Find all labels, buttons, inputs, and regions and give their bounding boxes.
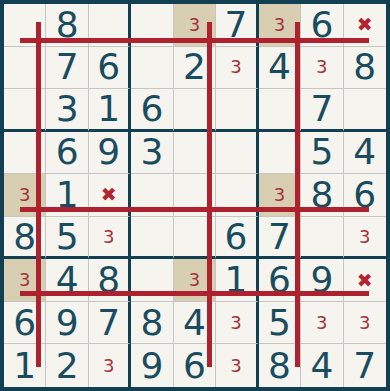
- placed-digit: 6: [13, 305, 36, 341]
- candidate-digit: 3: [274, 16, 285, 34]
- cell-r1c8[interactable]: 6: [301, 4, 343, 47]
- cell-r9c8[interactable]: 4: [301, 344, 343, 387]
- placed-digit: 8: [268, 348, 291, 384]
- cell-r2c9[interactable]: 8: [344, 47, 386, 90]
- candidate-digit: 3: [316, 314, 327, 332]
- cell-r6c5[interactable]: [174, 217, 216, 260]
- placed-digit: 2: [56, 348, 79, 384]
- sudoku-board: 83736✖762343831676935431✖386853673348316…: [0, 0, 390, 391]
- cell-r8c9[interactable]: 3: [344, 302, 386, 345]
- cell-r7c5[interactable]: 3: [174, 259, 216, 302]
- cell-r9c7[interactable]: 8: [259, 344, 301, 387]
- cell-r9c3[interactable]: 3: [89, 344, 131, 387]
- cell-r1c2[interactable]: 8: [46, 4, 88, 47]
- placed-digit: 9: [97, 134, 120, 170]
- cell-r5c4[interactable]: [131, 174, 173, 217]
- eliminated-candidate-cross-icon: ✖: [101, 185, 117, 204]
- cell-r6c7[interactable]: 7: [259, 217, 301, 260]
- cell-r4c2[interactable]: 6: [46, 132, 88, 175]
- cell-r3c5[interactable]: [174, 89, 216, 132]
- candidate-digit: 3: [103, 357, 114, 375]
- placed-digit: 8: [310, 177, 333, 213]
- placed-digit: 4: [268, 49, 291, 85]
- placed-digit: 9: [56, 305, 79, 341]
- placed-digit: 7: [56, 49, 79, 85]
- cell-r3c4[interactable]: 6: [131, 89, 173, 132]
- cell-r2c7[interactable]: 4: [259, 47, 301, 90]
- placed-digit: 3: [56, 91, 79, 127]
- cell-r8c5[interactable]: 4: [174, 302, 216, 345]
- cell-r2c6[interactable]: 3: [216, 47, 258, 90]
- candidate-digit: 3: [230, 357, 241, 375]
- cell-r7c2[interactable]: 4: [46, 259, 88, 302]
- cell-r4c4[interactable]: 3: [131, 132, 173, 175]
- placed-digit: 7: [268, 219, 291, 255]
- candidate-digit: 3: [274, 186, 285, 204]
- cell-r8c1[interactable]: 6: [4, 302, 46, 345]
- placed-digit: 4: [310, 348, 333, 384]
- cell-r6c6[interactable]: 6: [216, 217, 258, 260]
- cell-r8c7[interactable]: 5: [259, 302, 301, 345]
- placed-digit: 7: [353, 348, 376, 384]
- cell-r1c1[interactable]: [4, 4, 46, 47]
- cell-r3c3[interactable]: 1: [89, 89, 131, 132]
- cell-r5c1[interactable]: 3: [4, 174, 46, 217]
- placed-digit: 7: [310, 91, 333, 127]
- cell-r6c3[interactable]: 3: [89, 217, 131, 260]
- cell-r8c3[interactable]: 7: [89, 302, 131, 345]
- placed-digit: 9: [141, 348, 164, 384]
- cell-r2c5[interactable]: 2: [174, 47, 216, 90]
- cell-r3c6[interactable]: [216, 89, 258, 132]
- cell-r3c8[interactable]: 7: [301, 89, 343, 132]
- placed-digit: 5: [268, 305, 291, 341]
- cell-r4c8[interactable]: 5: [301, 132, 343, 175]
- cell-r8c4[interactable]: 8: [131, 302, 173, 345]
- cell-r1c4[interactable]: [131, 4, 173, 47]
- cell-r4c5[interactable]: [174, 132, 216, 175]
- cell-r9c4[interactable]: 9: [131, 344, 173, 387]
- placed-digit: 4: [183, 305, 206, 341]
- cell-r6c4[interactable]: [131, 217, 173, 260]
- cell-r7c9[interactable]: ✖: [344, 259, 386, 302]
- cell-r7c1[interactable]: 3: [4, 259, 46, 302]
- cell-r7c7[interactable]: 6: [259, 259, 301, 302]
- cell-r2c3[interactable]: 6: [89, 47, 131, 90]
- cell-r1c9[interactable]: ✖: [344, 4, 386, 47]
- placed-digit: 8: [353, 49, 376, 85]
- cell-r5c7[interactable]: 3: [259, 174, 301, 217]
- candidate-digit: 3: [189, 271, 200, 289]
- placed-digit: 9: [310, 262, 333, 298]
- placed-digit: 1: [13, 348, 36, 384]
- cell-r2c8[interactable]: 3: [301, 47, 343, 90]
- placed-digit: 6: [141, 91, 164, 127]
- cell-r5c5[interactable]: [174, 174, 216, 217]
- placed-digit: 6: [183, 348, 206, 384]
- cell-r8c2[interactable]: 9: [46, 302, 88, 345]
- cell-r8c6[interactable]: 3: [216, 302, 258, 345]
- candidate-digit: 3: [230, 314, 241, 332]
- cell-r6c8[interactable]: [301, 217, 343, 260]
- placed-digit: 6: [97, 49, 120, 85]
- cell-r6c9[interactable]: 3: [344, 217, 386, 260]
- candidate-digit: 3: [103, 228, 114, 246]
- cell-r5c9[interactable]: 6: [344, 174, 386, 217]
- placed-digit: 1: [97, 91, 120, 127]
- cell-r1c5[interactable]: 3: [174, 4, 216, 47]
- cell-r9c5[interactable]: 6: [174, 344, 216, 387]
- candidate-digit: 3: [230, 58, 241, 76]
- candidate-digit: 3: [316, 58, 327, 76]
- cell-r7c6[interactable]: 1: [216, 259, 258, 302]
- placed-digit: 8: [56, 7, 79, 43]
- placed-digit: 8: [97, 262, 120, 298]
- cell-r5c8[interactable]: 8: [301, 174, 343, 217]
- cell-r7c8[interactable]: 9: [301, 259, 343, 302]
- placed-digit: 6: [268, 262, 291, 298]
- eliminated-candidate-cross-icon: ✖: [357, 15, 373, 34]
- placed-digit: 5: [56, 219, 79, 255]
- candidate-digit: 3: [359, 228, 370, 246]
- cell-r4c1[interactable]: [4, 132, 46, 175]
- placed-digit: 6: [56, 134, 79, 170]
- cell-r6c2[interactable]: 5: [46, 217, 88, 260]
- candidate-digit: 3: [19, 186, 30, 204]
- cell-r4c6[interactable]: [216, 132, 258, 175]
- candidate-digit: 3: [19, 271, 30, 289]
- cell-r1c7[interactable]: 3: [259, 4, 301, 47]
- cell-r1c6[interactable]: 7: [216, 4, 258, 47]
- cell-r3c1[interactable]: [4, 89, 46, 132]
- placed-digit: 5: [310, 134, 333, 170]
- cell-r3c7[interactable]: [259, 89, 301, 132]
- cell-r5c3[interactable]: ✖: [89, 174, 131, 217]
- cell-r4c7[interactable]: [259, 132, 301, 175]
- cell-r5c2[interactable]: 1: [46, 174, 88, 217]
- cell-r2c1[interactable]: [4, 47, 46, 90]
- placed-digit: 7: [224, 7, 247, 43]
- placed-digit: 7: [97, 305, 120, 341]
- cell-r1c3[interactable]: [89, 4, 131, 47]
- placed-digit: 2: [183, 49, 206, 85]
- eliminated-candidate-cross-icon: ✖: [357, 271, 373, 290]
- cell-r4c3[interactable]: 9: [89, 132, 131, 175]
- placed-digit: 6: [224, 219, 247, 255]
- cell-r9c1[interactable]: 1: [4, 344, 46, 387]
- cell-r3c9[interactable]: [344, 89, 386, 132]
- cell-r2c4[interactable]: [131, 47, 173, 90]
- placed-digit: 4: [353, 134, 376, 170]
- cell-r5c6[interactable]: [216, 174, 258, 217]
- cell-r9c2[interactable]: 2: [46, 344, 88, 387]
- sudoku-grid: 83736✖762343831676935431✖386853673348316…: [4, 4, 386, 387]
- cell-r3c2[interactable]: 3: [46, 89, 88, 132]
- placed-digit: 4: [56, 262, 79, 298]
- cell-r4c9[interactable]: 4: [344, 132, 386, 175]
- candidate-digit: 3: [359, 314, 370, 332]
- candidate-digit: 3: [189, 16, 200, 34]
- cell-r9c9[interactable]: 7: [344, 344, 386, 387]
- placed-digit: 3: [141, 134, 164, 170]
- cell-r6c1[interactable]: 8: [4, 217, 46, 260]
- cell-r2c2[interactable]: 7: [46, 47, 88, 90]
- placed-digit: 6: [353, 177, 376, 213]
- cell-r8c8[interactable]: 3: [301, 302, 343, 345]
- placed-digit: 6: [310, 7, 333, 43]
- placed-digit: 1: [224, 262, 247, 298]
- placed-digit: 8: [13, 219, 36, 255]
- cell-r9c6[interactable]: 3: [216, 344, 258, 387]
- placed-digit: 8: [141, 305, 164, 341]
- cell-r7c3[interactable]: 8: [89, 259, 131, 302]
- cell-r7c4[interactable]: [131, 259, 173, 302]
- placed-digit: 1: [56, 177, 79, 213]
